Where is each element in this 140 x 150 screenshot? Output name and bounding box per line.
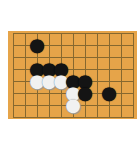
board-grid bbox=[13, 33, 134, 118]
page: ●●●●●●●●●●●●● bbox=[0, 0, 140, 150]
go-board[interactable]: ●●●●●●●●●●●●● bbox=[8, 31, 137, 119]
